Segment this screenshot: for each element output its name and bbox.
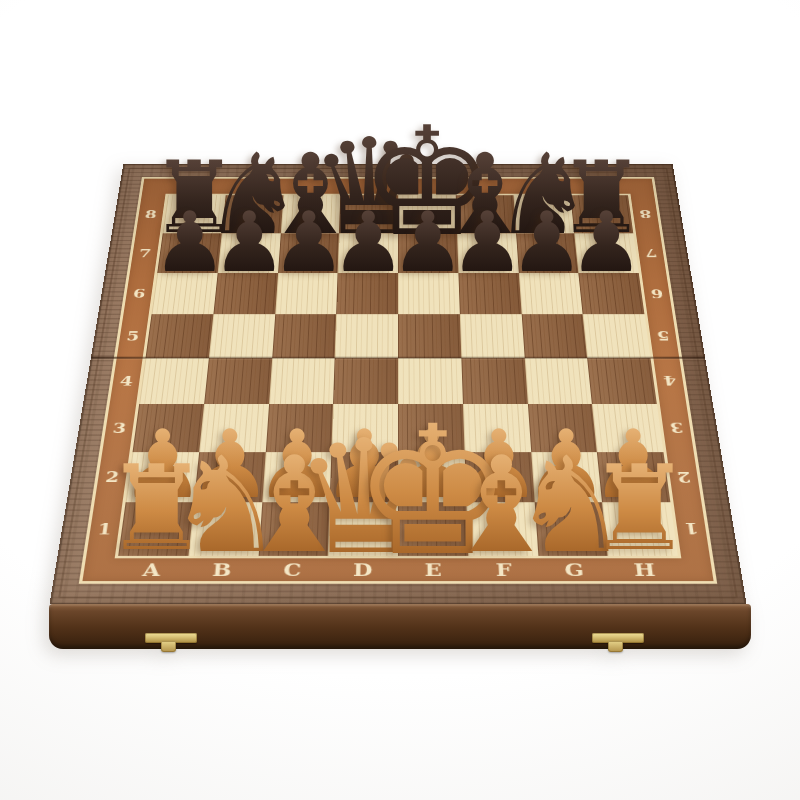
brass-latch-left [145,630,197,654]
square-a4[interactable] [139,358,208,404]
square-f5[interactable] [460,314,525,358]
latch-tab-icon [161,641,176,652]
square-h5[interactable] [583,314,651,358]
square-g5[interactable] [521,314,587,358]
square-c4[interactable] [269,358,335,404]
piece-white-rook-h1[interactable]: ♜ [587,451,692,569]
fold-seam [91,357,706,359]
square-d5[interactable] [335,314,398,358]
pawn-glyph: ♟ [569,200,644,283]
square-h4[interactable] [587,358,656,404]
square-b4[interactable] [204,358,272,404]
piece-black-pawn-h7[interactable]: ♟ [569,200,644,283]
square-a5[interactable] [146,314,214,358]
square-e5[interactable] [398,314,461,358]
brass-latch-right [592,630,644,654]
rook-glyph: ♜ [587,451,692,569]
chess-set-photo: ABCDEFGH 87654321 87654321 ♜♞♝♛♚♝♞♜♟♟♟♟♟… [0,0,800,800]
square-g4[interactable] [524,358,592,404]
latch-tab-icon [608,641,623,652]
square-c5[interactable] [272,314,337,358]
square-b5[interactable] [209,314,275,358]
